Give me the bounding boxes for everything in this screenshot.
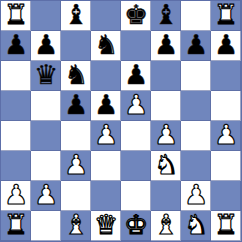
white-rook-piece[interactable]: ♜ — [4, 211, 28, 240]
square-c4[interactable] — [61, 121, 91, 151]
white-rook-piece[interactable]: ♜ — [4, 1, 28, 30]
square-d6[interactable] — [91, 61, 121, 91]
square-b7[interactable]: ♟ — [31, 31, 61, 61]
square-a4[interactable] — [1, 121, 31, 151]
square-d4[interactable]: ♟ — [91, 121, 121, 151]
white-knight-piece[interactable]: ♞ — [184, 211, 208, 240]
square-b2[interactable]: ♟ — [31, 181, 61, 211]
square-c7[interactable] — [61, 31, 91, 61]
white-pawn-piece[interactable]: ♟ — [124, 91, 148, 120]
square-h7[interactable]: ♟ — [211, 31, 241, 61]
square-e4[interactable] — [121, 121, 151, 151]
square-d8[interactable] — [91, 1, 121, 31]
square-a2[interactable]: ♟ — [1, 181, 31, 211]
square-c2[interactable] — [61, 181, 91, 211]
square-f2[interactable] — [151, 181, 181, 211]
chess-board: ♜♝♚♝♜♟♟♞♟♟♟♛♞♟♟♟♟♟♟♟♟♞♟♟♟♜♝♛♚♝♞♜ — [0, 0, 242, 242]
square-h4[interactable]: ♟ — [211, 121, 241, 151]
square-e3[interactable] — [121, 151, 151, 181]
white-rook-piece[interactable]: ♜ — [214, 211, 238, 240]
white-pawn-piece[interactable]: ♟ — [184, 181, 208, 210]
black-pawn-piece[interactable]: ♟ — [4, 31, 28, 60]
square-e2[interactable] — [121, 181, 151, 211]
square-d5[interactable]: ♟ — [91, 91, 121, 121]
square-h8[interactable]: ♜ — [211, 1, 241, 31]
square-h1[interactable]: ♜ — [211, 211, 241, 241]
square-f8[interactable]: ♝ — [151, 1, 181, 31]
square-c8[interactable]: ♝ — [61, 1, 91, 31]
white-pawn-piece[interactable]: ♟ — [64, 151, 88, 180]
square-e8[interactable]: ♚ — [121, 1, 151, 31]
square-d7[interactable]: ♞ — [91, 31, 121, 61]
square-f6[interactable] — [151, 61, 181, 91]
square-b8[interactable] — [31, 1, 61, 31]
square-d1[interactable]: ♛ — [91, 211, 121, 241]
square-b4[interactable] — [31, 121, 61, 151]
square-h2[interactable] — [211, 181, 241, 211]
black-pawn-piece[interactable]: ♟ — [64, 91, 88, 120]
black-knight-piece[interactable]: ♞ — [64, 61, 88, 90]
square-f5[interactable] — [151, 91, 181, 121]
square-c3[interactable]: ♟ — [61, 151, 91, 181]
black-knight-piece[interactable]: ♞ — [94, 31, 118, 60]
square-h5[interactable] — [211, 91, 241, 121]
square-f1[interactable]: ♝ — [151, 211, 181, 241]
square-e5[interactable]: ♟ — [121, 91, 151, 121]
square-g6[interactable] — [181, 61, 211, 91]
white-bishop-piece[interactable]: ♝ — [154, 211, 178, 240]
white-rook-piece[interactable]: ♜ — [214, 1, 238, 30]
square-g4[interactable] — [181, 121, 211, 151]
square-b5[interactable] — [31, 91, 61, 121]
square-g3[interactable] — [181, 151, 211, 181]
white-king-piece[interactable]: ♚ — [124, 211, 148, 240]
black-bishop-piece[interactable]: ♝ — [154, 1, 178, 30]
square-f3[interactable]: ♞ — [151, 151, 181, 181]
square-d2[interactable] — [91, 181, 121, 211]
square-g8[interactable] — [181, 1, 211, 31]
white-pawn-piece[interactable]: ♟ — [94, 121, 118, 150]
white-pawn-piece[interactable]: ♟ — [154, 121, 178, 150]
white-pawn-piece[interactable]: ♟ — [214, 121, 238, 150]
black-pawn-piece[interactable]: ♟ — [214, 31, 238, 60]
white-bishop-piece[interactable]: ♝ — [64, 211, 88, 240]
square-e1[interactable]: ♚ — [121, 211, 151, 241]
square-f4[interactable]: ♟ — [151, 121, 181, 151]
black-queen-piece[interactable]: ♛ — [34, 61, 58, 90]
square-d3[interactable] — [91, 151, 121, 181]
black-pawn-piece[interactable]: ♟ — [154, 31, 178, 60]
square-h3[interactable] — [211, 151, 241, 181]
square-a1[interactable]: ♜ — [1, 211, 31, 241]
black-pawn-piece[interactable]: ♟ — [94, 91, 118, 120]
square-e6[interactable]: ♟ — [121, 61, 151, 91]
square-g1[interactable]: ♞ — [181, 211, 211, 241]
black-bishop-piece[interactable]: ♝ — [64, 1, 88, 30]
square-c1[interactable]: ♝ — [61, 211, 91, 241]
square-b1[interactable] — [31, 211, 61, 241]
square-b6[interactable]: ♛ — [31, 61, 61, 91]
square-e7[interactable] — [121, 31, 151, 61]
square-c6[interactable]: ♞ — [61, 61, 91, 91]
square-a8[interactable]: ♜ — [1, 1, 31, 31]
black-pawn-piece[interactable]: ♟ — [34, 31, 58, 60]
square-g2[interactable]: ♟ — [181, 181, 211, 211]
square-b3[interactable] — [31, 151, 61, 181]
black-pawn-piece[interactable]: ♟ — [124, 61, 148, 90]
square-g7[interactable]: ♟ — [181, 31, 211, 61]
square-h6[interactable] — [211, 61, 241, 91]
white-queen-piece[interactable]: ♛ — [94, 211, 118, 240]
square-c5[interactable]: ♟ — [61, 91, 91, 121]
white-pawn-piece[interactable]: ♟ — [4, 181, 28, 210]
black-king-piece[interactable]: ♚ — [124, 1, 148, 30]
white-knight-piece[interactable]: ♞ — [154, 151, 178, 180]
square-g5[interactable] — [181, 91, 211, 121]
black-pawn-piece[interactable]: ♟ — [184, 31, 208, 60]
white-pawn-piece[interactable]: ♟ — [34, 181, 58, 210]
square-a5[interactable] — [1, 91, 31, 121]
square-a3[interactable] — [1, 151, 31, 181]
square-a6[interactable] — [1, 61, 31, 91]
square-f7[interactable]: ♟ — [151, 31, 181, 61]
square-a7[interactable]: ♟ — [1, 31, 31, 61]
